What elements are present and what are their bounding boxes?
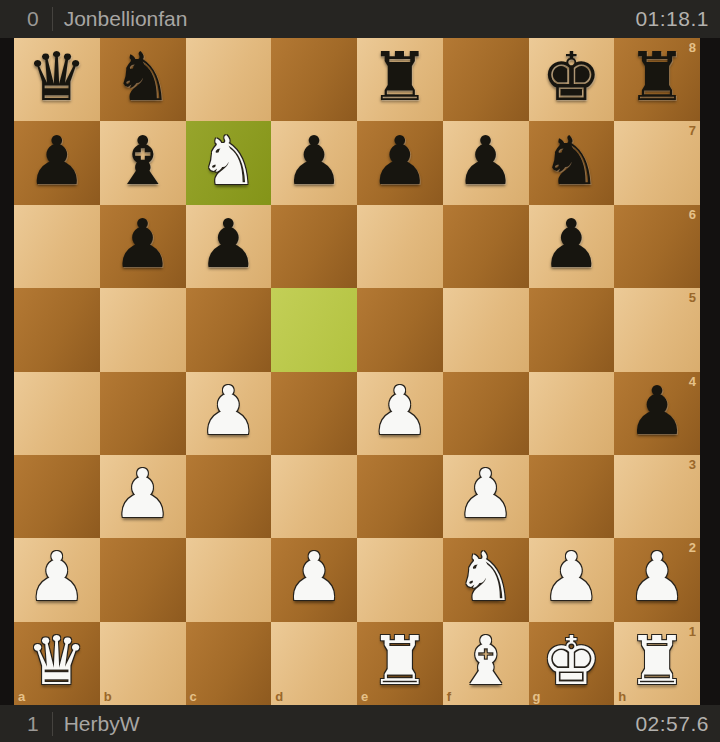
square-a4[interactable] bbox=[14, 372, 100, 455]
square-a2[interactable]: ♟ bbox=[14, 538, 100, 621]
square-d2[interactable]: ♟ bbox=[271, 538, 357, 621]
rank-label-6: 6 bbox=[689, 208, 696, 221]
square-g6[interactable]: ♟ bbox=[529, 205, 615, 288]
piece-black-king[interactable]: ♚ bbox=[541, 44, 601, 111]
square-d6[interactable] bbox=[271, 205, 357, 288]
bottom-player-bar: 1 HerbyW 02:57.6 bbox=[0, 705, 720, 742]
rank-label-8: 8 bbox=[689, 41, 696, 54]
piece-white-knight[interactable]: ♞ bbox=[456, 544, 516, 611]
file-label-b: b bbox=[104, 690, 112, 703]
rank-label-4: 4 bbox=[689, 375, 696, 388]
piece-black-rook[interactable]: ♜ bbox=[627, 44, 687, 111]
piece-black-pawn[interactable]: ♟ bbox=[627, 378, 687, 445]
piece-black-pawn[interactable]: ♟ bbox=[27, 128, 87, 195]
bottom-player-score: 1 bbox=[0, 712, 39, 736]
square-f3[interactable]: ♟ bbox=[443, 455, 529, 538]
piece-black-pawn[interactable]: ♟ bbox=[456, 128, 516, 195]
square-a1[interactable]: ♛a bbox=[14, 622, 100, 705]
square-b7[interactable]: ♝ bbox=[100, 121, 186, 204]
piece-black-pawn[interactable]: ♟ bbox=[198, 211, 258, 278]
file-label-c: c bbox=[190, 690, 197, 703]
chess-board: ♛♞♜♚♜8♟♝♞♟♟♟♞7♟♟♟65♟♟♟4♟♟3♟♟♞♟♟2♛abcd♜e♝… bbox=[14, 38, 700, 705]
square-b4[interactable] bbox=[100, 372, 186, 455]
square-f4[interactable] bbox=[443, 372, 529, 455]
piece-white-pawn[interactable]: ♟ bbox=[284, 544, 344, 611]
square-d4[interactable] bbox=[271, 372, 357, 455]
piece-black-rook[interactable]: ♜ bbox=[370, 44, 430, 111]
rank-label-5: 5 bbox=[689, 291, 696, 304]
square-e6[interactable] bbox=[357, 205, 443, 288]
file-label-a: a bbox=[18, 690, 25, 703]
top-player-bar: 0 Jonbellionfan 01:18.1 bbox=[0, 0, 720, 38]
square-d5[interactable] bbox=[271, 288, 357, 371]
square-g8[interactable]: ♚ bbox=[529, 38, 615, 121]
rank-label-3: 3 bbox=[689, 458, 696, 471]
square-e4[interactable]: ♟ bbox=[357, 372, 443, 455]
square-b8[interactable]: ♞ bbox=[100, 38, 186, 121]
square-c7[interactable]: ♞ bbox=[186, 121, 272, 204]
piece-black-queen[interactable]: ♛ bbox=[27, 44, 87, 111]
square-g3[interactable] bbox=[529, 455, 615, 538]
piece-white-pawn[interactable]: ♟ bbox=[27, 544, 87, 611]
top-player-score: 0 bbox=[0, 7, 39, 31]
piece-black-pawn[interactable]: ♟ bbox=[113, 211, 173, 278]
piece-white-knight[interactable]: ♞ bbox=[198, 128, 258, 195]
piece-white-pawn[interactable]: ♟ bbox=[627, 544, 687, 611]
square-d7[interactable]: ♟ bbox=[271, 121, 357, 204]
square-d1[interactable]: d bbox=[271, 622, 357, 705]
score-name-divider bbox=[52, 712, 53, 736]
square-h4[interactable]: ♟4 bbox=[614, 372, 700, 455]
square-f8[interactable] bbox=[443, 38, 529, 121]
bottom-player-name: HerbyW bbox=[64, 712, 140, 736]
piece-black-pawn[interactable]: ♟ bbox=[541, 211, 601, 278]
square-a3[interactable] bbox=[14, 455, 100, 538]
square-h8[interactable]: ♜8 bbox=[614, 38, 700, 121]
square-c8[interactable] bbox=[186, 38, 272, 121]
square-c1[interactable]: c bbox=[186, 622, 272, 705]
piece-black-pawn[interactable]: ♟ bbox=[370, 128, 430, 195]
piece-black-bishop[interactable]: ♝ bbox=[113, 128, 173, 195]
square-b6[interactable]: ♟ bbox=[100, 205, 186, 288]
square-h3[interactable]: 3 bbox=[614, 455, 700, 538]
square-b2[interactable] bbox=[100, 538, 186, 621]
piece-white-queen[interactable]: ♛ bbox=[27, 628, 87, 695]
square-a5[interactable] bbox=[14, 288, 100, 371]
square-d8[interactable] bbox=[271, 38, 357, 121]
bottom-player-clock: 02:57.6 bbox=[635, 712, 720, 736]
square-h6[interactable]: 6 bbox=[614, 205, 700, 288]
square-h1[interactable]: ♜1h bbox=[614, 622, 700, 705]
square-c4[interactable]: ♟ bbox=[186, 372, 272, 455]
square-f1[interactable]: ♝f bbox=[443, 622, 529, 705]
piece-white-rook[interactable]: ♜ bbox=[370, 628, 430, 695]
square-a6[interactable] bbox=[14, 205, 100, 288]
square-g5[interactable] bbox=[529, 288, 615, 371]
piece-white-pawn[interactable]: ♟ bbox=[456, 461, 516, 528]
top-player-clock: 01:18.1 bbox=[635, 7, 720, 31]
square-c3[interactable] bbox=[186, 455, 272, 538]
file-label-e: e bbox=[361, 690, 368, 703]
square-d3[interactable] bbox=[271, 455, 357, 538]
square-c5[interactable] bbox=[186, 288, 272, 371]
square-f6[interactable] bbox=[443, 205, 529, 288]
square-f5[interactable] bbox=[443, 288, 529, 371]
top-player-name: Jonbellionfan bbox=[64, 7, 188, 31]
piece-white-rook[interactable]: ♜ bbox=[627, 628, 687, 695]
square-c6[interactable]: ♟ bbox=[186, 205, 272, 288]
square-c2[interactable] bbox=[186, 538, 272, 621]
piece-black-pawn[interactable]: ♟ bbox=[284, 128, 344, 195]
square-f7[interactable]: ♟ bbox=[443, 121, 529, 204]
square-g2[interactable]: ♟ bbox=[529, 538, 615, 621]
file-label-f: f bbox=[447, 690, 451, 703]
square-a7[interactable]: ♟ bbox=[14, 121, 100, 204]
piece-white-pawn[interactable]: ♟ bbox=[113, 461, 173, 528]
square-b5[interactable] bbox=[100, 288, 186, 371]
piece-black-knight[interactable]: ♞ bbox=[541, 128, 601, 195]
square-e5[interactable] bbox=[357, 288, 443, 371]
file-label-g: g bbox=[533, 690, 541, 703]
score-name-divider bbox=[52, 7, 53, 31]
piece-white-pawn[interactable]: ♟ bbox=[198, 378, 258, 445]
file-label-h: h bbox=[618, 690, 626, 703]
square-e3[interactable] bbox=[357, 455, 443, 538]
square-f2[interactable]: ♞ bbox=[443, 538, 529, 621]
piece-white-bishop[interactable]: ♝ bbox=[456, 628, 516, 695]
piece-black-knight[interactable]: ♞ bbox=[113, 44, 173, 111]
square-b1[interactable]: b bbox=[100, 622, 186, 705]
square-a8[interactable]: ♛ bbox=[14, 38, 100, 121]
rank-label-1: 1 bbox=[689, 625, 696, 638]
rank-label-2: 2 bbox=[689, 541, 696, 554]
square-b3[interactable]: ♟ bbox=[100, 455, 186, 538]
file-label-d: d bbox=[275, 690, 283, 703]
piece-white-king[interactable]: ♚ bbox=[541, 628, 601, 695]
square-g7[interactable]: ♞ bbox=[529, 121, 615, 204]
square-e8[interactable]: ♜ bbox=[357, 38, 443, 121]
square-g4[interactable] bbox=[529, 372, 615, 455]
square-e7[interactable]: ♟ bbox=[357, 121, 443, 204]
square-g1[interactable]: ♚g bbox=[529, 622, 615, 705]
square-h2[interactable]: ♟2 bbox=[614, 538, 700, 621]
piece-white-pawn[interactable]: ♟ bbox=[370, 378, 430, 445]
square-h7[interactable]: 7 bbox=[614, 121, 700, 204]
square-e1[interactable]: ♜e bbox=[357, 622, 443, 705]
square-h5[interactable]: 5 bbox=[614, 288, 700, 371]
piece-white-pawn[interactable]: ♟ bbox=[541, 544, 601, 611]
square-e2[interactable] bbox=[357, 538, 443, 621]
rank-label-7: 7 bbox=[689, 124, 696, 137]
